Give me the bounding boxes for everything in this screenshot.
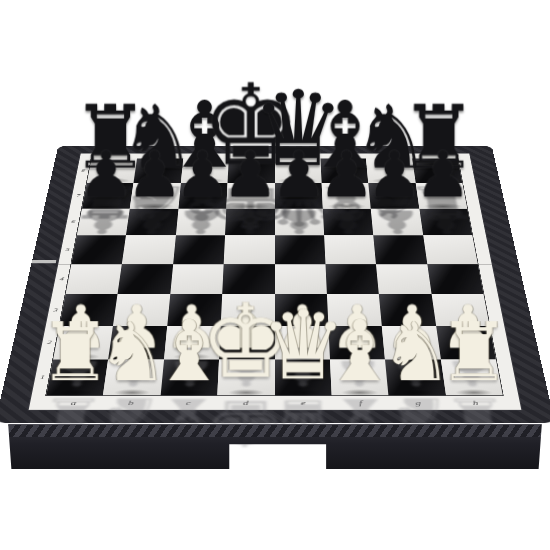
square-h1[interactable]: ♜ xyxy=(441,360,503,396)
file-label-a: a xyxy=(44,396,104,410)
board-photo: 8♜♞♝♚♛♝♞♜7♟♟♟♟♟♟♟♟65432♟♟♟♟♟♟♟♟1♜♞♝♚♛♝♞♜… xyxy=(0,0,550,550)
square-f5[interactable] xyxy=(324,235,376,263)
square-a4[interactable] xyxy=(66,264,123,294)
file-label-d: d xyxy=(217,396,275,410)
square-h7[interactable]: ♟ xyxy=(415,183,467,209)
file-label-b: b xyxy=(101,396,160,410)
square-a6[interactable] xyxy=(77,208,130,235)
square-c6[interactable] xyxy=(176,208,227,235)
file-label-g: g xyxy=(389,396,448,410)
square-g6[interactable] xyxy=(371,208,423,235)
board-surface: 8♜♞♝♚♛♝♞♜7♟♟♟♟♟♟♟♟65432♟♟♟♟♟♟♟♟1♜♞♝♚♛♝♞♜… xyxy=(28,153,523,410)
hinge-gap xyxy=(31,260,56,264)
square-b5[interactable] xyxy=(122,235,176,263)
square-f6[interactable] xyxy=(323,208,374,235)
square-h4[interactable] xyxy=(427,264,484,294)
square-c5[interactable] xyxy=(173,235,225,263)
square-a5[interactable] xyxy=(71,235,126,263)
square-b6[interactable] xyxy=(126,208,178,235)
chess-board: 8♜♞♝♚♛♝♞♜7♟♟♟♟♟♟♟♟65432♟♟♟♟♟♟♟♟1♜♞♝♚♛♝♞♜… xyxy=(29,154,522,410)
file-label-h: h xyxy=(446,396,506,410)
square-h5[interactable] xyxy=(423,235,478,263)
square-e6[interactable] xyxy=(275,208,324,235)
square-e5[interactable] xyxy=(275,235,326,263)
piece-white-rook[interactable]: ♜ xyxy=(367,312,550,393)
border-corner xyxy=(503,396,522,410)
file-label-f: f xyxy=(332,396,390,410)
square-d6[interactable] xyxy=(225,208,274,235)
piece-black-pawn[interactable]: ♟ xyxy=(352,143,533,206)
square-h6[interactable] xyxy=(419,208,472,235)
square-g5[interactable] xyxy=(373,235,427,263)
file-label-e: e xyxy=(275,396,333,410)
square-g4[interactable] xyxy=(376,264,431,294)
square-d5[interactable] xyxy=(224,235,275,263)
board-case: 8♜♞♝♚♛♝♞♜7♟♟♟♟♟♟♟♟65432♟♟♟♟♟♟♟♟1♜♞♝♚♛♝♞♜… xyxy=(0,146,550,423)
file-label-c: c xyxy=(159,396,217,410)
